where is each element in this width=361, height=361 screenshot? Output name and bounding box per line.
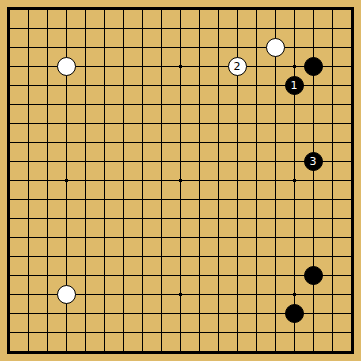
stone-white-n16: 2: [228, 57, 247, 76]
stone-black-r16: [304, 57, 323, 76]
star-point: [179, 179, 182, 182]
stone-black-r5: [304, 266, 323, 285]
move-number-label: 1: [291, 80, 298, 91]
goban[interactable]: 213: [0, 0, 361, 361]
star-point: [179, 65, 182, 68]
star-point: [65, 179, 68, 182]
star-point: [293, 293, 296, 296]
star-point: [179, 293, 182, 296]
stone-black-q3: [285, 304, 304, 323]
star-point: [293, 179, 296, 182]
move-number-label: 2: [234, 61, 241, 72]
stone-black-r11: 3: [304, 152, 323, 171]
stone-black-q15: 1: [285, 76, 304, 95]
stone-white-p17: [266, 38, 285, 57]
stone-grid: 213: [0, 0, 361, 361]
stone-white-d4: [57, 285, 76, 304]
stone-white-d16: [57, 57, 76, 76]
star-point: [293, 65, 296, 68]
move-number-label: 3: [310, 156, 317, 167]
